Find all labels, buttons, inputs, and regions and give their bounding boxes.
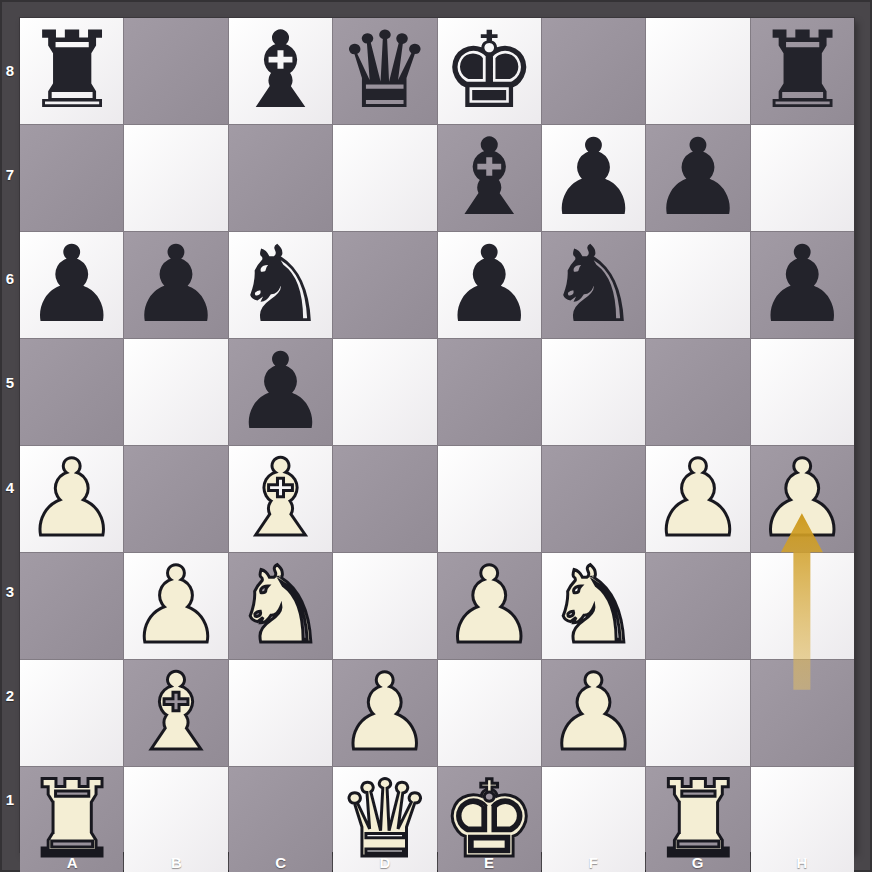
square-h6[interactable]: ♟ (751, 232, 854, 338)
square-c2[interactable] (229, 660, 332, 766)
white-pawn-piece[interactable]: ♟ (755, 446, 850, 552)
square-h4[interactable]: ♟ (751, 446, 854, 552)
square-a5[interactable] (20, 339, 123, 445)
square-e8[interactable]: ♚ (438, 18, 541, 124)
square-a1[interactable]: ♜ (20, 767, 123, 872)
square-c8[interactable]: ♝ (229, 18, 332, 124)
rank-label-2: 2 (0, 644, 20, 748)
board-frame: 87654321 ♜♝♛♚♜♝♟♟♟♟♞♟♞♟♟♟♝♟♟♟♞♟♞♝♟♟♜♛♚♜ … (0, 0, 872, 872)
square-c4[interactable]: ♝ (229, 446, 332, 552)
black-knight-piece[interactable]: ♞ (546, 232, 641, 338)
white-pawn-piece[interactable]: ♟ (24, 446, 119, 552)
rank-label-5: 5 (0, 331, 20, 435)
file-label-c: C (229, 852, 333, 872)
rank-label-7: 7 (0, 122, 20, 226)
square-a2[interactable] (20, 660, 123, 766)
square-d2[interactable]: ♟ (333, 660, 436, 766)
square-d5[interactable] (333, 339, 436, 445)
black-pawn-piece[interactable]: ♟ (129, 232, 224, 338)
square-a7[interactable] (20, 125, 123, 231)
white-pawn-piece[interactable]: ♟ (337, 660, 432, 766)
chess-board: ♜♝♛♚♜♝♟♟♟♟♞♟♞♟♟♟♝♟♟♟♞♟♞♝♟♟♜♛♚♜ (20, 18, 854, 852)
rank-label-6: 6 (0, 227, 20, 331)
square-g2[interactable] (646, 660, 749, 766)
black-pawn-piece[interactable]: ♟ (650, 125, 745, 231)
square-e6[interactable]: ♟ (438, 232, 541, 338)
square-f8[interactable] (542, 18, 645, 124)
square-f3[interactable]: ♞ (542, 553, 645, 659)
square-c6[interactable]: ♞ (229, 232, 332, 338)
white-rook-piece[interactable]: ♜ (24, 767, 119, 872)
square-e7[interactable]: ♝ (438, 125, 541, 231)
black-pawn-piece[interactable]: ♟ (233, 339, 328, 445)
square-g3[interactable] (646, 553, 749, 659)
square-e1[interactable]: ♚ (438, 767, 541, 872)
square-d6[interactable] (333, 232, 436, 338)
square-g1[interactable]: ♜ (646, 767, 749, 872)
black-rook-piece[interactable]: ♜ (24, 18, 119, 124)
square-g8[interactable] (646, 18, 749, 124)
black-king-piece[interactable]: ♚ (442, 18, 537, 124)
square-g6[interactable] (646, 232, 749, 338)
square-e3[interactable]: ♟ (438, 553, 541, 659)
square-g7[interactable]: ♟ (646, 125, 749, 231)
rank-label-8: 8 (0, 18, 20, 122)
rank-label-3: 3 (0, 539, 20, 643)
black-queen-piece[interactable]: ♛ (337, 18, 432, 124)
white-knight-piece[interactable]: ♞ (546, 553, 641, 659)
square-b4[interactable] (124, 446, 227, 552)
rank-labels: 87654321 (0, 18, 20, 852)
white-rook-piece[interactable]: ♜ (650, 767, 745, 872)
square-b3[interactable]: ♟ (124, 553, 227, 659)
white-pawn-piece[interactable]: ♟ (442, 553, 537, 659)
black-pawn-piece[interactable]: ♟ (755, 232, 850, 338)
square-h2[interactable] (751, 660, 854, 766)
square-c7[interactable] (229, 125, 332, 231)
file-label-h: H (750, 852, 854, 872)
square-g5[interactable] (646, 339, 749, 445)
square-f7[interactable]: ♟ (542, 125, 645, 231)
square-c3[interactable]: ♞ (229, 553, 332, 659)
square-e2[interactable] (438, 660, 541, 766)
square-a4[interactable]: ♟ (20, 446, 123, 552)
black-knight-piece[interactable]: ♞ (233, 232, 328, 338)
square-h7[interactable] (751, 125, 854, 231)
white-king-piece[interactable]: ♚ (442, 767, 537, 872)
square-e4[interactable] (438, 446, 541, 552)
square-g4[interactable]: ♟ (646, 446, 749, 552)
square-b8[interactable] (124, 18, 227, 124)
square-a6[interactable]: ♟ (20, 232, 123, 338)
white-knight-piece[interactable]: ♞ (233, 553, 328, 659)
square-f6[interactable]: ♞ (542, 232, 645, 338)
white-pawn-piece[interactable]: ♟ (129, 553, 224, 659)
black-pawn-piece[interactable]: ♟ (442, 232, 537, 338)
square-d8[interactable]: ♛ (333, 18, 436, 124)
square-b5[interactable] (124, 339, 227, 445)
square-b2[interactable]: ♝ (124, 660, 227, 766)
square-d4[interactable] (333, 446, 436, 552)
square-c5[interactable]: ♟ (229, 339, 332, 445)
black-bishop-piece[interactable]: ♝ (233, 18, 328, 124)
black-pawn-piece[interactable]: ♟ (24, 232, 119, 338)
square-a3[interactable] (20, 553, 123, 659)
black-rook-piece[interactable]: ♜ (755, 18, 850, 124)
rank-label-4: 4 (0, 435, 20, 539)
square-e5[interactable] (438, 339, 541, 445)
black-pawn-piece[interactable]: ♟ (546, 125, 641, 231)
white-pawn-piece[interactable]: ♟ (650, 446, 745, 552)
square-d3[interactable] (333, 553, 436, 659)
square-d1[interactable]: ♛ (333, 767, 436, 872)
white-queen-piece[interactable]: ♛ (337, 767, 432, 872)
square-a8[interactable]: ♜ (20, 18, 123, 124)
file-label-b: B (124, 852, 228, 872)
black-bishop-piece[interactable]: ♝ (442, 125, 537, 231)
white-bishop-piece[interactable]: ♝ (129, 660, 224, 766)
square-h5[interactable] (751, 339, 854, 445)
square-b6[interactable]: ♟ (124, 232, 227, 338)
square-d7[interactable] (333, 125, 436, 231)
white-pawn-piece[interactable]: ♟ (546, 660, 641, 766)
square-f5[interactable] (542, 339, 645, 445)
square-b7[interactable] (124, 125, 227, 231)
file-label-f: F (541, 852, 645, 872)
square-h3[interactable] (751, 553, 854, 659)
square-h8[interactable]: ♜ (751, 18, 854, 124)
rank-label-1: 1 (0, 748, 20, 852)
square-f4[interactable] (542, 446, 645, 552)
white-bishop-piece[interactable]: ♝ (233, 446, 328, 552)
square-f2[interactable]: ♟ (542, 660, 645, 766)
